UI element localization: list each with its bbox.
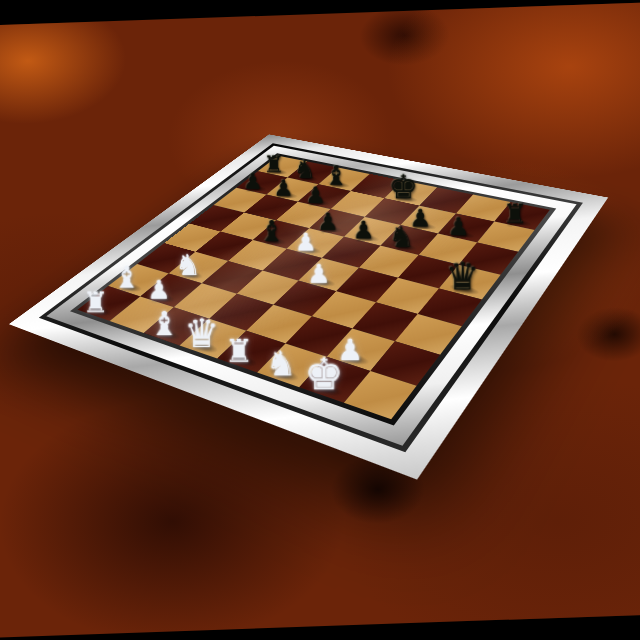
black-bishop-glyph: ♝ [324, 163, 348, 189]
white-pawn-glyph: ♟ [147, 277, 170, 303]
white-knight[interactable]: ♞ [169, 252, 228, 284]
square-b3[interactable]: ♞ [169, 252, 228, 284]
white-knight-glyph: ♞ [175, 251, 201, 280]
black-rook-glyph: ♜ [504, 201, 528, 228]
black-pawn-glyph: ♟ [306, 184, 326, 207]
black-pawn-glyph: ♟ [243, 171, 263, 193]
white-rook-glyph: ♜ [83, 288, 108, 316]
white-bishop-glyph: ♝ [150, 308, 180, 341]
black-pawn-glyph: ♟ [448, 214, 470, 239]
black-knight-glyph: ♞ [293, 157, 315, 182]
white-bishop-glyph: ♝ [113, 262, 140, 292]
white-rook[interactable]: ♜ [77, 286, 140, 321]
square-b2[interactable]: ♟ [140, 273, 202, 307]
white-knight-glyph: ♞ [265, 347, 296, 382]
black-pawn-glyph: ♟ [274, 177, 294, 199]
square-h8[interactable]: ♜ [494, 202, 549, 230]
black-bishop-glyph: ♝ [259, 217, 285, 246]
black-knight[interactable]: ♞ [380, 225, 437, 255]
black-rook[interactable]: ♜ [494, 202, 549, 230]
black-pawn-glyph: ♟ [317, 210, 338, 234]
photo-canvas: ♜♞♝♚♜♟♟♟♟♟♟♟♞♝♟♛♟♞♝♟♟♜♝♛♜♞♚ [0, 0, 640, 640]
black-rook-glyph: ♜ [264, 153, 284, 176]
square-e4[interactable]: ♟ [298, 258, 359, 291]
white-rook-glyph: ♜ [225, 335, 253, 366]
white-queen-glyph: ♛ [184, 314, 219, 354]
white-pawn[interactable]: ♟ [298, 258, 359, 291]
black-queen-glyph: ♛ [445, 258, 479, 296]
black-king-glyph: ♚ [389, 171, 419, 204]
square-a1[interactable]: ♜ [77, 286, 140, 321]
square-f6[interactable]: ♞ [380, 225, 437, 255]
black-knight-glyph: ♞ [388, 223, 414, 252]
white-pawn[interactable]: ♟ [140, 273, 202, 307]
white-king-glyph: ♚ [305, 353, 345, 397]
white-pawn-glyph: ♟ [307, 261, 330, 287]
white-pawn-glyph: ♟ [295, 230, 317, 255]
black-pawn-glyph: ♟ [353, 218, 375, 242]
